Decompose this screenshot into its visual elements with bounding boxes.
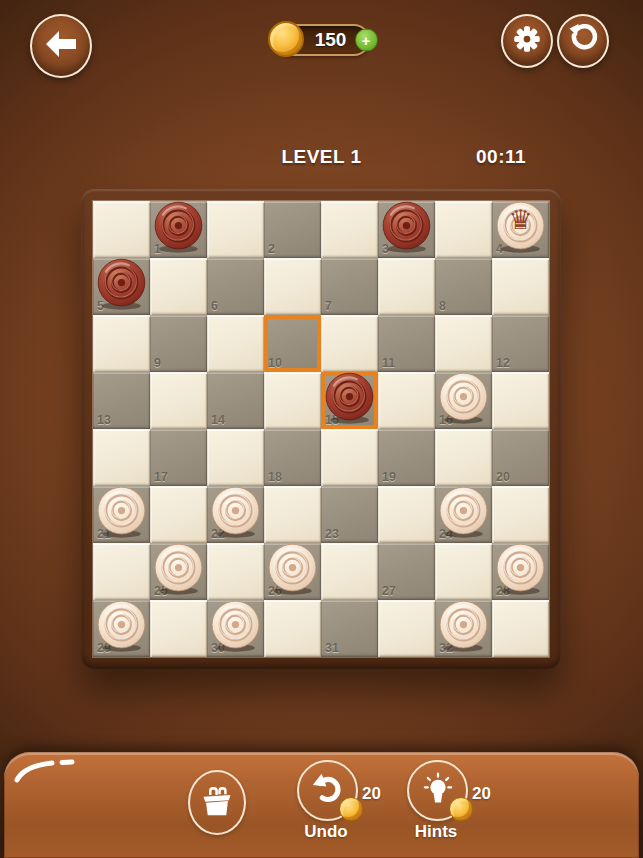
square-number: 17 — [154, 470, 168, 484]
square-number: 19 — [382, 470, 396, 484]
panel-shine-decoration — [12, 758, 88, 788]
white-checker-piece[interactable] — [94, 598, 149, 653]
square-number: 27 — [382, 584, 396, 598]
square-light — [435, 543, 492, 600]
hints-label: Hints — [401, 822, 471, 842]
square-light — [150, 258, 207, 315]
square-9[interactable]: 9 — [150, 315, 207, 372]
square-light — [492, 372, 549, 429]
settings-button[interactable] — [501, 14, 553, 68]
white-checker-piece[interactable] — [436, 370, 491, 425]
undo-arrow-icon — [312, 773, 344, 809]
square-light — [435, 315, 492, 372]
coin-icon — [268, 21, 304, 57]
back-arrow-icon — [44, 29, 78, 63]
square-light — [207, 429, 264, 486]
square-number: 12 — [496, 356, 510, 370]
square-light — [264, 258, 321, 315]
square-23[interactable]: 23 — [321, 486, 378, 543]
square-number: 6 — [211, 299, 218, 313]
white-checker-piece[interactable] — [208, 598, 263, 653]
toolbox-button[interactable] — [188, 770, 246, 835]
square-light — [378, 372, 435, 429]
square-number: 31 — [325, 641, 339, 655]
square-20[interactable]: 20 — [492, 429, 549, 486]
square-27[interactable]: 27 — [378, 543, 435, 600]
add-coins-button[interactable]: + — [355, 29, 378, 52]
square-number: 2 — [268, 242, 275, 256]
square-light — [150, 372, 207, 429]
game-screen: 150 + LEVEL 1 00:11 — [0, 0, 643, 858]
white-checker-piece[interactable] — [265, 541, 320, 596]
square-number: 13 — [97, 413, 111, 427]
square-15[interactable]: 15 — [321, 372, 378, 429]
white-checker-piece[interactable] — [493, 541, 548, 596]
square-light — [93, 429, 150, 486]
square-light — [378, 258, 435, 315]
square-number: 14 — [211, 413, 225, 427]
square-22[interactable]: 22 — [207, 486, 264, 543]
square-29[interactable]: 29 — [93, 600, 150, 657]
back-button[interactable] — [30, 14, 92, 78]
white-checker-piece[interactable] — [436, 484, 491, 539]
square-light — [207, 201, 264, 258]
square-light — [321, 315, 378, 372]
square-light — [321, 543, 378, 600]
square-number: 10 — [268, 356, 282, 370]
square-light — [492, 258, 549, 315]
square-number: 11 — [382, 356, 395, 370]
square-21[interactable]: 21 — [93, 486, 150, 543]
toolbox-icon — [200, 785, 234, 821]
hints-count: 20 — [472, 784, 491, 804]
square-31[interactable]: 31 — [321, 600, 378, 657]
square-light — [321, 429, 378, 486]
white-checker-piece[interactable] — [151, 541, 206, 596]
square-light — [93, 315, 150, 372]
red-checker-piece[interactable] — [94, 256, 149, 311]
square-16[interactable]: 16 — [435, 372, 492, 429]
coin-counter[interactable]: 150 + — [274, 24, 370, 56]
square-14[interactable]: 14 — [207, 372, 264, 429]
hints-cost-coin-icon — [449, 797, 473, 821]
square-19[interactable]: 19 — [378, 429, 435, 486]
square-5[interactable]: 5 — [93, 258, 150, 315]
square-12[interactable]: 12 — [492, 315, 549, 372]
white-checker-piece[interactable] — [94, 484, 149, 539]
square-11[interactable]: 11 — [378, 315, 435, 372]
square-light — [264, 600, 321, 657]
square-number: 18 — [268, 470, 282, 484]
undo-count: 20 — [362, 784, 381, 804]
square-number: 20 — [496, 470, 510, 484]
square-13[interactable]: 13 — [93, 372, 150, 429]
red-checker-piece[interactable] — [151, 199, 206, 254]
square-number: 7 — [325, 299, 332, 313]
white-checker-piece[interactable] — [436, 598, 491, 653]
square-light — [378, 486, 435, 543]
square-3[interactable]: 3 — [378, 201, 435, 258]
square-26[interactable]: 26 — [264, 543, 321, 600]
square-32[interactable]: 32 — [435, 600, 492, 657]
white-checker-piece[interactable] — [208, 484, 263, 539]
square-light — [150, 600, 207, 657]
game-timer: 00:11 — [476, 146, 526, 168]
square-28[interactable]: 28 — [492, 543, 549, 600]
square-25[interactable]: 25 — [150, 543, 207, 600]
square-number: 23 — [325, 527, 339, 541]
undo-label: Undo — [291, 822, 361, 842]
level-title: LEVEL 1 — [0, 146, 643, 168]
undo-button[interactable] — [297, 760, 358, 821]
square-18[interactable]: 18 — [264, 429, 321, 486]
board-frame: 1234♛56789101112131415161718192021222324… — [81, 189, 561, 669]
square-light — [321, 201, 378, 258]
gear-icon — [512, 24, 542, 58]
restart-button[interactable] — [557, 14, 609, 68]
square-7[interactable]: 7 — [321, 258, 378, 315]
square-17[interactable]: 17 — [150, 429, 207, 486]
white-king-piece[interactable]: ♛ — [493, 199, 548, 254]
square-number: 9 — [154, 356, 161, 370]
square-light — [150, 486, 207, 543]
square-2[interactable]: 2 — [264, 201, 321, 258]
square-6[interactable]: 6 — [207, 258, 264, 315]
square-1[interactable]: 1 — [150, 201, 207, 258]
restart-icon — [568, 24, 598, 58]
red-checker-piece[interactable] — [379, 199, 434, 254]
checkers-board: 1234♛56789101112131415161718192021222324… — [93, 201, 549, 657]
square-light — [378, 600, 435, 657]
bottom-toolbar: 20 Undo 20 Hints — [4, 752, 639, 858]
square-light — [264, 372, 321, 429]
square-light — [93, 543, 150, 600]
king-crown-icon: ♛ — [493, 206, 548, 233]
square-8[interactable]: 8 — [435, 258, 492, 315]
square-number: 8 — [439, 299, 446, 313]
undo-cost-coin-icon — [339, 797, 363, 821]
square-light — [207, 315, 264, 372]
square-light — [435, 429, 492, 486]
square-24[interactable]: 24 — [435, 486, 492, 543]
hints-button[interactable] — [407, 760, 468, 821]
square-light — [492, 486, 549, 543]
square-4[interactable]: 4♛ — [492, 201, 549, 258]
red-checker-piece[interactable] — [322, 370, 377, 425]
square-30[interactable]: 30 — [207, 600, 264, 657]
square-light — [492, 600, 549, 657]
square-light — [207, 543, 264, 600]
square-light — [264, 486, 321, 543]
square-10[interactable]: 10 — [264, 315, 321, 372]
square-light — [93, 201, 150, 258]
square-light — [435, 201, 492, 258]
